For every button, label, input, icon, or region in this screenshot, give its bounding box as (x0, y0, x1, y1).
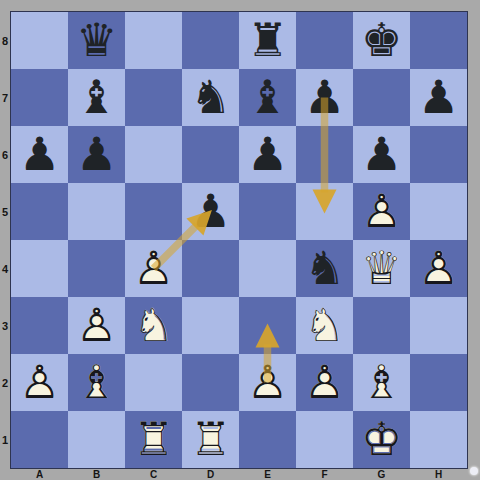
piece-black-pawn[interactable]: ♟♟ (68, 126, 125, 183)
side-to-move-indicator (470, 467, 478, 475)
square-g2[interactable]: ♝♗ (353, 354, 410, 411)
square-g1[interactable]: ♚♔ (353, 411, 410, 468)
square-a7[interactable] (11, 69, 68, 126)
square-d6[interactable] (182, 126, 239, 183)
square-b2[interactable]: ♝♗ (68, 354, 125, 411)
square-a5[interactable] (11, 183, 68, 240)
piece-white-pawn[interactable]: ♟♙ (239, 354, 296, 411)
square-g3[interactable] (353, 297, 410, 354)
square-h4[interactable]: ♟♙ (410, 240, 467, 297)
square-c1[interactable]: ♜♖ (125, 411, 182, 468)
square-e6[interactable]: ♟♟ (239, 126, 296, 183)
file-label-e: E (239, 469, 296, 480)
file-label-c: C (125, 469, 182, 480)
square-e8[interactable]: ♜♜ (239, 12, 296, 69)
square-f7[interactable]: ♟♟ (296, 69, 353, 126)
square-a8[interactable] (11, 12, 68, 69)
rank-label-8: 8 (0, 12, 10, 69)
piece-outline-glyph: ♙ (296, 354, 353, 411)
piece-outline-glyph: ♖ (182, 411, 239, 468)
square-c4[interactable]: ♟♙ (125, 240, 182, 297)
square-f8[interactable] (296, 12, 353, 69)
file-label-b: B (68, 469, 125, 480)
piece-white-knight[interactable]: ♞♘ (125, 297, 182, 354)
square-a1[interactable] (11, 411, 68, 468)
square-h3[interactable] (410, 297, 467, 354)
square-f4[interactable]: ♞♞ (296, 240, 353, 297)
square-f3[interactable]: ♞♘ (296, 297, 353, 354)
square-a4[interactable] (11, 240, 68, 297)
square-b1[interactable] (68, 411, 125, 468)
piece-white-bishop[interactable]: ♝♗ (353, 354, 410, 411)
piece-white-rook[interactable]: ♜♖ (182, 411, 239, 468)
square-e7[interactable]: ♝♝ (239, 69, 296, 126)
file-label-g: G (353, 469, 410, 480)
square-g8[interactable]: ♚♚ (353, 12, 410, 69)
chess-board[interactable]: ♛♛♜♜♚♚♝♝♞♞♝♝♟♟♟♟♟♟♟♟♟♟♟♟♟♟♟♙♟♙♞♞♛♕♟♙♟♙♞♘… (10, 11, 468, 469)
piece-outline-glyph: ♙ (410, 240, 467, 297)
square-h8[interactable] (410, 12, 467, 69)
piece-white-pawn[interactable]: ♟♙ (296, 354, 353, 411)
square-b6[interactable]: ♟♟ (68, 126, 125, 183)
piece-black-pawn[interactable]: ♟♟ (353, 126, 410, 183)
rank-label-5: 5 (0, 183, 10, 240)
square-f1[interactable] (296, 411, 353, 468)
rank-label-7: 7 (0, 69, 10, 126)
piece-black-pawn[interactable]: ♟♟ (11, 126, 68, 183)
rank-label-2: 2 (0, 354, 10, 411)
piece-outline-glyph: ♙ (239, 354, 296, 411)
square-d5[interactable]: ♟♟ (182, 183, 239, 240)
piece-outline-glyph: ♙ (68, 297, 125, 354)
square-d4[interactable] (182, 240, 239, 297)
piece-outline-glyph: ♙ (125, 240, 182, 297)
piece-black-knight[interactable]: ♞♞ (182, 69, 239, 126)
piece-white-pawn[interactable]: ♟♙ (410, 240, 467, 297)
piece-black-rook[interactable]: ♜♜ (239, 12, 296, 69)
square-b8[interactable]: ♛♛ (68, 12, 125, 69)
square-g5[interactable]: ♟♙ (353, 183, 410, 240)
square-d7[interactable]: ♞♞ (182, 69, 239, 126)
square-f5[interactable] (296, 183, 353, 240)
piece-white-bishop[interactable]: ♝♗ (68, 354, 125, 411)
chess-app-window: ♛♛♜♜♚♚♝♝♞♞♝♝♟♟♟♟♟♟♟♟♟♟♟♟♟♟♟♙♟♙♞♞♛♕♟♙♟♙♞♘… (0, 0, 480, 480)
square-h2[interactable] (410, 354, 467, 411)
piece-black-pawn[interactable]: ♟♟ (182, 183, 239, 240)
square-f6[interactable] (296, 126, 353, 183)
square-b4[interactable] (68, 240, 125, 297)
square-d1[interactable]: ♜♖ (182, 411, 239, 468)
piece-white-pawn[interactable]: ♟♙ (68, 297, 125, 354)
square-g6[interactable]: ♟♟ (353, 126, 410, 183)
square-c6[interactable] (125, 126, 182, 183)
piece-white-pawn[interactable]: ♟♙ (353, 183, 410, 240)
piece-black-bishop[interactable]: ♝♝ (68, 69, 125, 126)
piece-black-pawn[interactable]: ♟♟ (239, 126, 296, 183)
piece-outline-glyph: ♔ (353, 411, 410, 468)
square-e4[interactable] (239, 240, 296, 297)
file-label-h: H (410, 469, 467, 480)
square-h6[interactable] (410, 126, 467, 183)
piece-outline-glyph: ♖ (125, 411, 182, 468)
square-c3[interactable]: ♞♘ (125, 297, 182, 354)
square-e5[interactable] (239, 183, 296, 240)
square-d8[interactable] (182, 12, 239, 69)
rank-label-6: 6 (0, 126, 10, 183)
file-label-d: D (182, 469, 239, 480)
piece-outline-glyph: ♘ (296, 297, 353, 354)
piece-outline-glyph: ♗ (68, 354, 125, 411)
square-a6[interactable]: ♟♟ (11, 126, 68, 183)
piece-outline-glyph: ♙ (11, 354, 68, 411)
piece-black-queen[interactable]: ♛♛ (68, 12, 125, 69)
square-c7[interactable] (125, 69, 182, 126)
piece-outline-glyph: ♗ (353, 354, 410, 411)
square-h1[interactable] (410, 411, 467, 468)
piece-outline-glyph: ♕ (353, 240, 410, 297)
rank-label-4: 4 (0, 240, 10, 297)
square-e1[interactable] (239, 411, 296, 468)
square-d2[interactable] (182, 354, 239, 411)
square-a2[interactable]: ♟♙ (11, 354, 68, 411)
piece-black-bishop[interactable]: ♝♝ (239, 69, 296, 126)
square-g7[interactable] (353, 69, 410, 126)
piece-outline-glyph: ♘ (125, 297, 182, 354)
square-h5[interactable] (410, 183, 467, 240)
piece-black-pawn[interactable]: ♟♟ (296, 69, 353, 126)
piece-white-knight[interactable]: ♞♘ (296, 297, 353, 354)
square-b5[interactable] (68, 183, 125, 240)
piece-white-rook[interactable]: ♜♖ (125, 411, 182, 468)
piece-outline-glyph: ♙ (353, 183, 410, 240)
piece-white-pawn[interactable]: ♟♙ (125, 240, 182, 297)
piece-white-pawn[interactable]: ♟♙ (11, 354, 68, 411)
rank-label-3: 3 (0, 297, 10, 354)
square-a3[interactable] (11, 297, 68, 354)
square-b3[interactable]: ♟♙ (68, 297, 125, 354)
square-c8[interactable] (125, 12, 182, 69)
square-h7[interactable]: ♟♟ (410, 69, 467, 126)
piece-black-knight[interactable]: ♞♞ (296, 240, 353, 297)
piece-white-king[interactable]: ♚♔ (353, 411, 410, 468)
piece-black-pawn[interactable]: ♟♟ (410, 69, 467, 126)
file-label-f: F (296, 469, 353, 480)
square-d3[interactable] (182, 297, 239, 354)
square-f2[interactable]: ♟♙ (296, 354, 353, 411)
square-e3[interactable] (239, 297, 296, 354)
piece-white-queen[interactable]: ♛♕ (353, 240, 410, 297)
square-g4[interactable]: ♛♕ (353, 240, 410, 297)
file-label-a: A (11, 469, 68, 480)
piece-black-king[interactable]: ♚♚ (353, 12, 410, 69)
rank-label-1: 1 (0, 411, 10, 468)
square-c2[interactable] (125, 354, 182, 411)
square-c5[interactable] (125, 183, 182, 240)
square-e2[interactable]: ♟♙ (239, 354, 296, 411)
square-b7[interactable]: ♝♝ (68, 69, 125, 126)
